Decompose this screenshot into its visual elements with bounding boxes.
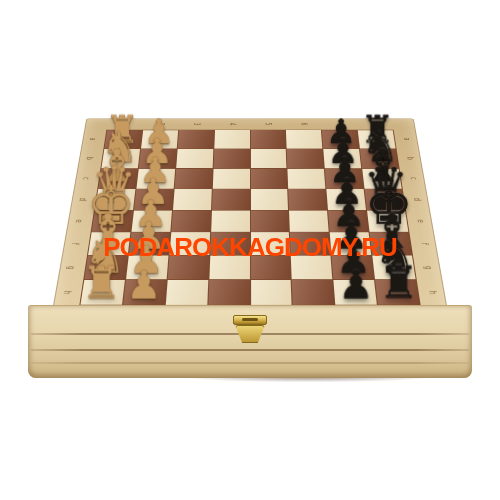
square-b8: ♞ <box>360 149 399 168</box>
square-a8: ♜ <box>358 130 396 148</box>
square-e7: ♟ <box>328 210 368 232</box>
rank-labels-back-edge: 12345678 <box>107 120 394 127</box>
square-a5 <box>250 130 286 148</box>
square-b4 <box>213 149 249 168</box>
square-d3 <box>173 189 212 210</box>
square-h3 <box>166 280 208 305</box>
square-b7: ♟ <box>324 149 362 168</box>
black-pawn: ♟ <box>329 154 361 187</box>
product-photo: 12345678 12345678 abcdefgh abcdefgh ♜♟♟♜… <box>0 0 500 500</box>
square-e1: ♚ <box>92 210 133 232</box>
square-h2: ♟ <box>123 280 166 305</box>
square-c5 <box>250 169 287 189</box>
square-h5 <box>251 280 292 305</box>
square-c7: ♟ <box>325 169 364 189</box>
square-d4 <box>212 189 250 210</box>
square-h8: ♜ <box>375 280 419 305</box>
square-c8: ♝ <box>362 169 401 189</box>
square-d8: ♛ <box>365 189 405 210</box>
square-b3 <box>176 149 213 168</box>
square-e3 <box>171 210 211 232</box>
square-h4 <box>208 280 249 305</box>
square-e2: ♟ <box>131 210 171 232</box>
square-d1: ♛ <box>95 189 135 210</box>
white-rook: ♜ <box>81 262 121 305</box>
chess-board-frame: 12345678 12345678 abcdefgh abcdefgh ♜♟♟♜… <box>50 118 450 321</box>
square-c6 <box>288 169 326 189</box>
latch-plate <box>233 315 267 325</box>
chess-box-front <box>28 305 472 378</box>
square-a6 <box>286 130 322 148</box>
square-d7: ♟ <box>327 189 366 210</box>
latch-hasp <box>235 325 265 343</box>
square-b2: ♟ <box>139 149 177 168</box>
square-d6 <box>289 189 328 210</box>
black-pawn: ♟ <box>333 196 366 231</box>
board-perspective-wrapper: 12345678 12345678 abcdefgh abcdefgh ♜♟♟♜… <box>50 118 450 321</box>
square-c4 <box>212 169 249 189</box>
watermark: PODAROKKAGDOMY.RU <box>103 232 397 263</box>
square-a3 <box>177 130 213 148</box>
square-e4 <box>211 210 250 232</box>
square-a7: ♟ <box>322 130 359 148</box>
square-h6 <box>292 280 334 305</box>
square-a4 <box>214 130 250 148</box>
chess-board: ♜♟♟♜♞♟♟♞♝♟♟♝♛♟♟♛♚♟♟♚♝♟♟♝♞♟♟♞♜♟♟♜ <box>79 130 420 306</box>
square-c1: ♝ <box>98 169 137 189</box>
square-c3 <box>174 169 212 189</box>
square-c2: ♟ <box>136 169 175 189</box>
square-h1: ♜ <box>80 280 124 305</box>
square-e6 <box>289 210 329 232</box>
square-e5 <box>251 210 290 232</box>
black-rook: ♜ <box>379 262 419 305</box>
square-h7: ♟ <box>334 280 377 305</box>
square-d5 <box>250 189 288 210</box>
white-pawn: ♟ <box>139 154 171 187</box>
square-a1: ♜ <box>104 130 142 148</box>
square-b1: ♞ <box>101 149 140 168</box>
square-a2: ♟ <box>141 130 178 148</box>
brass-latch <box>228 315 272 351</box>
square-b6 <box>287 149 324 168</box>
box-seam <box>31 362 469 364</box>
white-pawn: ♟ <box>134 196 167 231</box>
square-e8: ♚ <box>367 210 408 232</box>
square-d2: ♟ <box>134 189 173 210</box>
square-b5 <box>250 149 286 168</box>
